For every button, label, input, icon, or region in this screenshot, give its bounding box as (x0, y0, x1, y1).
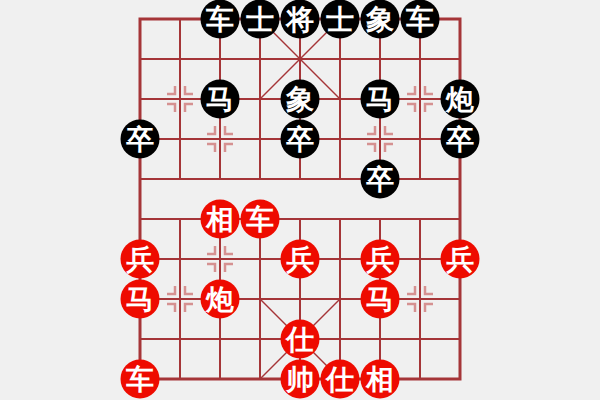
piece-red-chariot[interactable]: 车 (121, 360, 160, 399)
piece-red-elephant[interactable]: 相 (201, 200, 240, 239)
piece-black-cannon[interactable]: 炮 (441, 80, 480, 119)
piece-black-soldier[interactable]: 卒 (121, 120, 160, 159)
piece-red-cannon[interactable]: 炮 (201, 280, 240, 319)
piece-red-horse[interactable]: 马 (361, 280, 400, 319)
piece-black-soldier[interactable]: 卒 (441, 120, 480, 159)
xiangqi-board: 车士将士象车马象马炮卒卒卒卒相车兵兵兵兵马炮马仕车帅仕相 (0, 0, 600, 400)
piece-red-soldier[interactable]: 兵 (361, 240, 400, 279)
piece-red-elephant[interactable]: 相 (361, 360, 400, 399)
piece-red-horse[interactable]: 马 (121, 280, 160, 319)
piece-black-elephant[interactable]: 象 (361, 0, 400, 39)
piece-black-chariot[interactable]: 车 (201, 0, 240, 39)
piece-black-horse[interactable]: 马 (201, 80, 240, 119)
piece-black-soldier[interactable]: 卒 (281, 120, 320, 159)
piece-red-soldier[interactable]: 兵 (441, 240, 480, 279)
piece-black-advisor[interactable]: 士 (321, 0, 360, 39)
piece-black-horse[interactable]: 马 (361, 80, 400, 119)
pieces-layer: 车士将士象车马象马炮卒卒卒卒相车兵兵兵兵马炮马仕车帅仕相 (0, 0, 600, 400)
piece-black-elephant[interactable]: 象 (281, 80, 320, 119)
piece-red-advisor[interactable]: 仕 (321, 360, 360, 399)
piece-red-general[interactable]: 帅 (281, 360, 320, 399)
piece-red-soldier[interactable]: 兵 (121, 240, 160, 279)
piece-red-soldier[interactable]: 兵 (281, 240, 320, 279)
piece-black-chariot[interactable]: 车 (401, 0, 440, 39)
piece-black-soldier[interactable]: 卒 (361, 160, 400, 199)
piece-black-advisor[interactable]: 士 (241, 0, 280, 39)
app-background: 车士将士象车马象马炮卒卒卒卒相车兵兵兵兵马炮马仕车帅仕相 (0, 0, 600, 400)
piece-black-general[interactable]: 将 (281, 0, 320, 39)
piece-red-chariot[interactable]: 车 (241, 200, 280, 239)
piece-red-advisor[interactable]: 仕 (281, 320, 320, 359)
